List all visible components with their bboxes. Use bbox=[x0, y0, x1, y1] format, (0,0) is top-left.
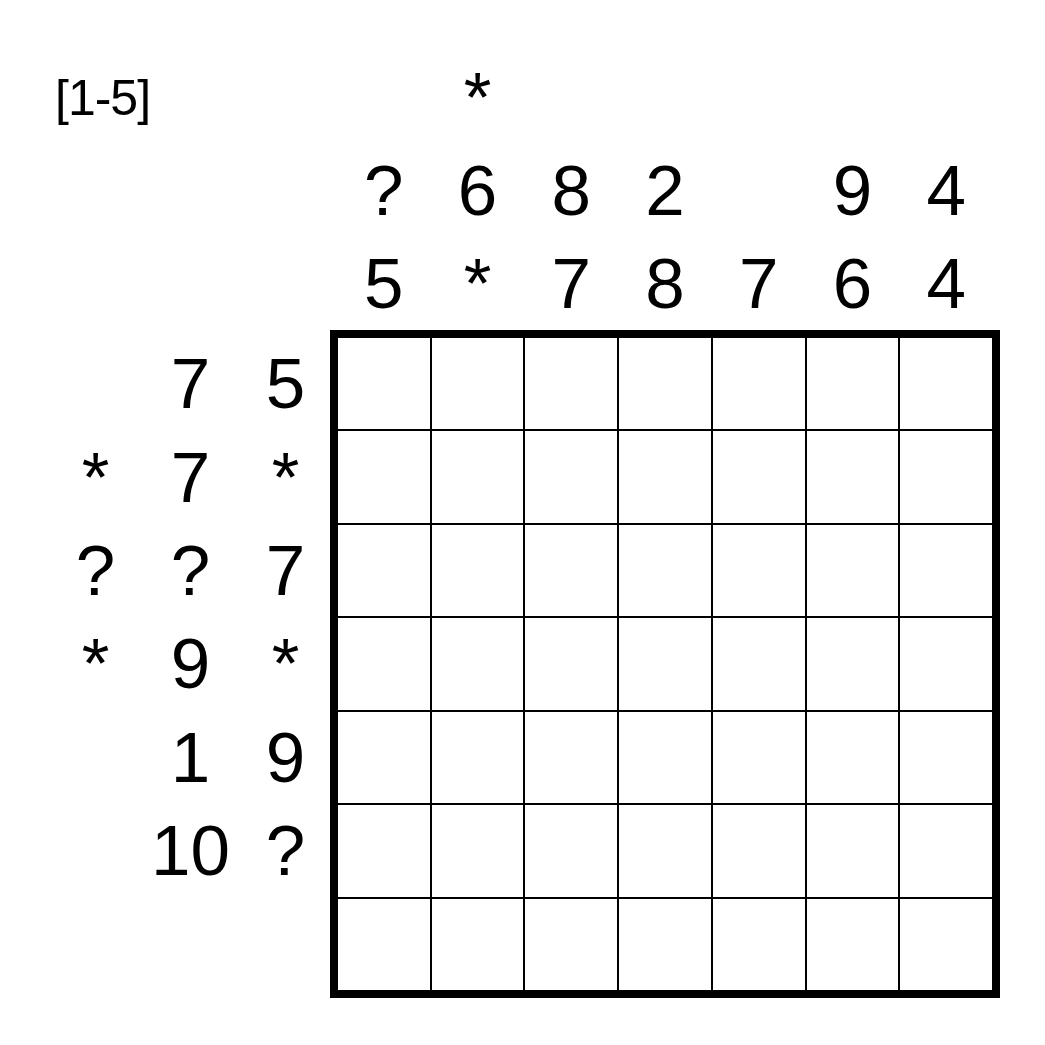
grid-cell[interactable] bbox=[431, 898, 525, 991]
left-clue-cell: * bbox=[48, 430, 143, 523]
grid-cell[interactable] bbox=[524, 898, 618, 991]
left-clue-cell: 9 bbox=[143, 617, 238, 710]
digit-range-label: [1-5] bbox=[55, 51, 150, 144]
grid-cell[interactable] bbox=[337, 898, 431, 991]
left-clue-cell: 5 bbox=[238, 337, 333, 430]
grid-cell[interactable] bbox=[899, 617, 993, 710]
top-clue-cell bbox=[712, 51, 806, 144]
grid-cell[interactable] bbox=[337, 430, 431, 523]
grid-cell[interactable] bbox=[899, 898, 993, 991]
grid-cell[interactable] bbox=[899, 524, 993, 617]
top-clues: *?682945*78764 bbox=[337, 51, 993, 330]
grid-cell[interactable] bbox=[431, 524, 525, 617]
top-clue-cell: 8 bbox=[524, 144, 618, 237]
left-clue-cell: 7 bbox=[238, 524, 333, 617]
left-clue-cell: 7 bbox=[143, 430, 238, 523]
top-clue-cell: 4 bbox=[899, 144, 993, 237]
grid-cell[interactable] bbox=[524, 524, 618, 617]
top-clue-cell: 5 bbox=[337, 237, 431, 330]
left-clue-cell: * bbox=[48, 617, 143, 710]
grid-cell[interactable] bbox=[431, 804, 525, 897]
grid-cell[interactable] bbox=[712, 898, 806, 991]
grid-cell[interactable] bbox=[712, 711, 806, 804]
top-clue-cell bbox=[712, 144, 806, 237]
left-clue-cell bbox=[48, 337, 143, 430]
left-clue-cell: 9 bbox=[238, 711, 333, 804]
grid-cell[interactable] bbox=[431, 337, 525, 430]
left-clue-cell: 1 bbox=[143, 711, 238, 804]
grid-cell[interactable] bbox=[899, 711, 993, 804]
grid-cell[interactable] bbox=[618, 617, 712, 710]
grid-cell[interactable] bbox=[806, 524, 900, 617]
top-clue-cell bbox=[806, 51, 900, 144]
grid-cell[interactable] bbox=[337, 804, 431, 897]
left-clue-cell bbox=[48, 898, 143, 991]
grid-cell[interactable] bbox=[337, 617, 431, 710]
grid-cell[interactable] bbox=[618, 337, 712, 430]
grid-cell[interactable] bbox=[806, 337, 900, 430]
grid-cell[interactable] bbox=[712, 430, 806, 523]
left-clue-cell: * bbox=[238, 617, 333, 710]
left-clue-cell bbox=[48, 711, 143, 804]
left-clue-cell: ? bbox=[48, 524, 143, 617]
grid-cell[interactable] bbox=[806, 898, 900, 991]
left-clue-cell: * bbox=[238, 430, 333, 523]
grid-cell[interactable] bbox=[337, 711, 431, 804]
top-clue-cell: * bbox=[431, 237, 525, 330]
top-clue-cell bbox=[337, 51, 431, 144]
grid-cell[interactable] bbox=[712, 524, 806, 617]
left-clue-cell: ? bbox=[238, 804, 333, 897]
grid-cell[interactable] bbox=[524, 430, 618, 523]
grid-cell[interactable] bbox=[618, 430, 712, 523]
top-clue-cell bbox=[899, 51, 993, 144]
grid-cell[interactable] bbox=[431, 430, 525, 523]
grid-cell[interactable] bbox=[806, 617, 900, 710]
grid-cell[interactable] bbox=[431, 711, 525, 804]
top-clue-cell: 6 bbox=[431, 144, 525, 237]
grid-cell[interactable] bbox=[524, 711, 618, 804]
puzzle-board bbox=[330, 330, 1000, 998]
grid-cell[interactable] bbox=[712, 617, 806, 710]
top-clue-cell: 7 bbox=[524, 237, 618, 330]
top-clue-cell: 8 bbox=[618, 237, 712, 330]
top-clue-cell: 7 bbox=[712, 237, 806, 330]
top-clue-cell bbox=[618, 51, 712, 144]
top-clue-cell: 2 bbox=[618, 144, 712, 237]
grid-cell[interactable] bbox=[899, 804, 993, 897]
grid-cell[interactable] bbox=[618, 804, 712, 897]
top-clue-cell: 4 bbox=[899, 237, 993, 330]
left-clue-cell bbox=[143, 898, 238, 991]
left-clues: 75*7*??7*9*1910? bbox=[48, 337, 333, 991]
grid-cell[interactable] bbox=[899, 430, 993, 523]
grid-cell[interactable] bbox=[618, 898, 712, 991]
top-clue-cell: 6 bbox=[806, 237, 900, 330]
grid-cell[interactable] bbox=[806, 430, 900, 523]
grid-cell[interactable] bbox=[618, 524, 712, 617]
left-clue-cell bbox=[48, 804, 143, 897]
grid-cell[interactable] bbox=[712, 337, 806, 430]
grid-cell[interactable] bbox=[431, 617, 525, 710]
grid-cell[interactable] bbox=[337, 337, 431, 430]
grid-cell[interactable] bbox=[712, 804, 806, 897]
left-clue-cell: 10 bbox=[143, 804, 238, 897]
top-clue-cell: ? bbox=[337, 144, 431, 237]
grid-cell[interactable] bbox=[524, 337, 618, 430]
grid-cell[interactable] bbox=[337, 524, 431, 617]
grid-cell[interactable] bbox=[806, 804, 900, 897]
left-clue-cell: 7 bbox=[143, 337, 238, 430]
top-clue-cell: * bbox=[431, 51, 525, 144]
left-clue-cell bbox=[238, 898, 333, 991]
grid-cell[interactable] bbox=[899, 337, 993, 430]
top-clue-cell bbox=[524, 51, 618, 144]
top-clue-cell: 9 bbox=[806, 144, 900, 237]
grid-cell[interactable] bbox=[806, 711, 900, 804]
left-clue-cell: ? bbox=[143, 524, 238, 617]
grid-cell[interactable] bbox=[524, 804, 618, 897]
grid-cell[interactable] bbox=[618, 711, 712, 804]
grid-cell[interactable] bbox=[524, 617, 618, 710]
